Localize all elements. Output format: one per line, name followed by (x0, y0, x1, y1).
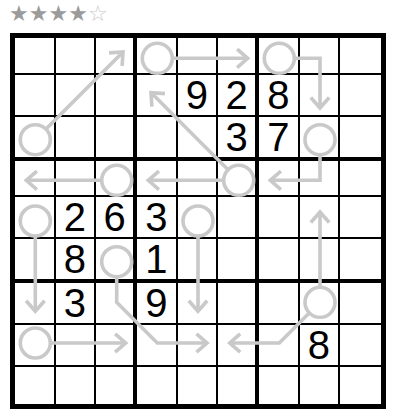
cell-r1c8[interactable] (300, 38, 341, 75)
cell-r5c5[interactable] (178, 197, 219, 239)
cell-r1c3[interactable] (96, 38, 137, 75)
cell-r3c1[interactable] (15, 117, 56, 161)
cell-r9c8[interactable] (300, 367, 341, 404)
cell-r4c3[interactable] (96, 161, 137, 198)
cell-r5c7[interactable] (259, 197, 300, 239)
cell-r5c9[interactable] (340, 197, 381, 239)
cell-r4c2[interactable] (56, 161, 97, 198)
cell-r9c4[interactable] (137, 367, 178, 404)
puzzle-screen: ★★★★☆ 9283726381398 (0, 0, 396, 419)
cell-r5c6[interactable] (218, 197, 259, 239)
cell-r2c5[interactable]: 9 (178, 75, 219, 117)
cell-r8c6[interactable] (218, 325, 259, 367)
cell-r7c7[interactable] (259, 283, 300, 325)
cell-r7c6[interactable] (218, 283, 259, 325)
cell-r1c6[interactable] (218, 38, 259, 75)
cell-r1c7[interactable] (259, 38, 300, 75)
cell-r7c4[interactable]: 9 (137, 283, 178, 325)
cell-r7c2[interactable]: 3 (56, 283, 97, 325)
cell-r6c8[interactable] (300, 239, 341, 283)
cell-r7c8[interactable] (300, 283, 341, 325)
cell-r3c5[interactable] (178, 117, 219, 161)
cell-r9c3[interactable] (96, 367, 137, 404)
cell-r9c2[interactable] (56, 367, 97, 404)
cell-r2c9[interactable] (340, 75, 381, 117)
cell-r7c9[interactable] (340, 283, 381, 325)
cell-r5c4[interactable]: 3 (137, 197, 178, 239)
cell-r6c9[interactable] (340, 239, 381, 283)
cell-r6c3[interactable] (96, 239, 137, 283)
cell-r8c9[interactable] (340, 325, 381, 367)
star-icon: ★ (48, 1, 68, 26)
cell-r3c3[interactable] (96, 117, 137, 161)
cell-r3c8[interactable] (300, 117, 341, 161)
star-icon: ☆ (88, 1, 108, 26)
cell-r4c4[interactable] (137, 161, 178, 198)
cell-r3c6[interactable]: 3 (218, 117, 259, 161)
cell-r6c6[interactable] (218, 239, 259, 283)
cell-r6c1[interactable] (15, 239, 56, 283)
cell-r4c5[interactable] (178, 161, 219, 198)
cell-r9c7[interactable] (259, 367, 300, 404)
cell-r8c8[interactable]: 8 (300, 325, 341, 367)
cell-r8c7[interactable] (259, 325, 300, 367)
cell-r1c5[interactable] (178, 38, 219, 75)
cell-r1c1[interactable] (15, 38, 56, 75)
cell-r9c5[interactable] (178, 367, 219, 404)
cell-r6c4[interactable]: 1 (137, 239, 178, 283)
cell-r2c1[interactable] (15, 75, 56, 117)
cell-r4c1[interactable] (15, 161, 56, 198)
cell-r2c8[interactable] (300, 75, 341, 117)
cell-r6c5[interactable] (178, 239, 219, 283)
cell-r4c6[interactable] (218, 161, 259, 198)
cell-r8c2[interactable] (56, 325, 97, 367)
cell-r4c9[interactable] (340, 161, 381, 198)
star-icon: ★ (68, 1, 88, 26)
cell-r3c4[interactable] (137, 117, 178, 161)
cell-r9c6[interactable] (218, 367, 259, 404)
cell-r5c2[interactable]: 2 (56, 197, 97, 239)
cell-r7c1[interactable] (15, 283, 56, 325)
cell-r4c8[interactable] (300, 161, 341, 198)
cell-r5c1[interactable] (15, 197, 56, 239)
cell-r6c2[interactable]: 8 (56, 239, 97, 283)
cell-r2c7[interactable]: 8 (259, 75, 300, 117)
cell-r3c9[interactable] (340, 117, 381, 161)
cell-r2c2[interactable] (56, 75, 97, 117)
cell-r4c7[interactable] (259, 161, 300, 198)
cell-r1c2[interactable] (56, 38, 97, 75)
cell-r1c4[interactable] (137, 38, 178, 75)
star-icon: ★ (9, 1, 29, 26)
cell-r7c5[interactable] (178, 283, 219, 325)
cell-r5c3[interactable]: 6 (96, 197, 137, 239)
cell-r8c4[interactable] (137, 325, 178, 367)
cell-r9c1[interactable] (15, 367, 56, 404)
cell-r7c3[interactable] (96, 283, 137, 325)
cell-r8c5[interactable] (178, 325, 219, 367)
cell-r2c4[interactable] (137, 75, 178, 117)
cell-r8c3[interactable] (96, 325, 137, 367)
cell-r8c1[interactable] (15, 325, 56, 367)
cell-r2c6[interactable]: 2 (218, 75, 259, 117)
cell-r3c2[interactable] (56, 117, 97, 161)
cell-r1c9[interactable] (340, 38, 381, 75)
cell-r3c7[interactable]: 7 (259, 117, 300, 161)
cell-r6c7[interactable] (259, 239, 300, 283)
sudoku-board: 9283726381398 (10, 33, 386, 409)
difficulty-rating: ★★★★☆ (9, 2, 108, 26)
cell-r5c8[interactable] (300, 197, 341, 239)
star-icon: ★ (29, 1, 49, 26)
cell-r9c9[interactable] (340, 367, 381, 404)
cell-r2c3[interactable] (96, 75, 137, 117)
